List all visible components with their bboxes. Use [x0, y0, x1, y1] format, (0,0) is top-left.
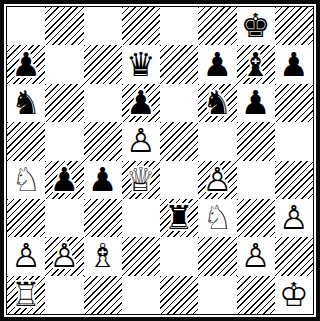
square-d6[interactable]: ♟♟ — [122, 84, 160, 122]
square-e7[interactable] — [160, 45, 198, 83]
square-d4[interactable]: ♛♕ — [122, 161, 160, 199]
black-king[interactable]: ♚ — [241, 9, 271, 42]
square-b4[interactable]: ♟♟ — [45, 161, 83, 199]
square-e6[interactable] — [160, 84, 198, 122]
chess-diagram-page: ♚♚♟♟♛♛♟♟♝♝♟♟♞♞♟♟♞♞♟♟♟♙♞♘♟♟♟♟♛♕♟♙♜♜♞♘♟♙♟♙… — [0, 0, 320, 321]
square-g5[interactable] — [237, 122, 275, 160]
square-h3[interactable]: ♟♙ — [275, 199, 313, 237]
square-a4[interactable]: ♞♘ — [7, 161, 45, 199]
piece-halo: ♜ — [164, 201, 194, 234]
white-king[interactable]: ♔ — [279, 278, 309, 311]
square-c3[interactable] — [84, 199, 122, 237]
black-knight[interactable]: ♞ — [203, 86, 233, 119]
piece-halo: ♞ — [203, 201, 233, 234]
white-pawn[interactable]: ♙ — [279, 201, 309, 234]
square-d3[interactable] — [122, 199, 160, 237]
piece-halo: ♟ — [50, 239, 80, 272]
square-f4[interactable]: ♟♙ — [198, 161, 236, 199]
piece-halo: ♟ — [241, 239, 271, 272]
square-g1[interactable] — [237, 276, 275, 314]
square-f6[interactable]: ♞♞ — [198, 84, 236, 122]
piece-halo: ♟ — [279, 47, 309, 80]
black-pawn[interactable]: ♟ — [11, 47, 41, 80]
square-b6[interactable] — [45, 84, 83, 122]
black-rook[interactable]: ♜ — [164, 201, 194, 234]
square-d7[interactable]: ♛♛ — [122, 45, 160, 83]
square-f3[interactable]: ♞♘ — [198, 199, 236, 237]
square-b1[interactable] — [45, 276, 83, 314]
black-queen[interactable]: ♛ — [126, 47, 156, 80]
square-a3[interactable] — [7, 199, 45, 237]
piece-halo: ♟ — [126, 124, 156, 157]
square-h6[interactable] — [275, 84, 313, 122]
white-knight[interactable]: ♘ — [203, 201, 233, 234]
square-g4[interactable] — [237, 161, 275, 199]
square-a6[interactable]: ♞♞ — [7, 84, 45, 122]
black-pawn[interactable]: ♟ — [88, 163, 118, 196]
square-d2[interactable] — [122, 237, 160, 275]
square-h1[interactable]: ♚♔ — [275, 276, 313, 314]
black-pawn[interactable]: ♟ — [50, 163, 80, 196]
square-e1[interactable] — [160, 276, 198, 314]
piece-halo: ♟ — [50, 163, 80, 196]
piece-halo: ♚ — [279, 278, 309, 311]
square-h7[interactable]: ♟♟ — [275, 45, 313, 83]
square-e8[interactable] — [160, 7, 198, 45]
square-c8[interactable] — [84, 7, 122, 45]
piece-halo: ♛ — [126, 163, 156, 196]
white-pawn[interactable]: ♙ — [203, 163, 233, 196]
black-pawn[interactable]: ♟ — [241, 86, 271, 119]
square-d5[interactable]: ♟♙ — [122, 122, 160, 160]
black-pawn[interactable]: ♟ — [203, 47, 233, 80]
white-pawn[interactable]: ♙ — [241, 239, 271, 272]
piece-halo: ♟ — [279, 201, 309, 234]
square-c7[interactable] — [84, 45, 122, 83]
square-g7[interactable]: ♝♝ — [237, 45, 275, 83]
square-b3[interactable] — [45, 199, 83, 237]
square-a2[interactable]: ♟♙ — [7, 237, 45, 275]
square-c4[interactable]: ♟♟ — [84, 161, 122, 199]
square-f5[interactable] — [198, 122, 236, 160]
square-e2[interactable] — [160, 237, 198, 275]
black-knight[interactable]: ♞ — [11, 86, 41, 119]
piece-halo: ♜ — [11, 278, 41, 311]
piece-halo: ♟ — [203, 163, 233, 196]
white-rook[interactable]: ♖ — [11, 278, 41, 311]
white-pawn[interactable]: ♙ — [50, 239, 80, 272]
square-h8[interactable] — [275, 7, 313, 45]
piece-halo: ♟ — [126, 86, 156, 119]
piece-halo: ♛ — [126, 47, 156, 80]
square-f1[interactable] — [198, 276, 236, 314]
square-f2[interactable] — [198, 237, 236, 275]
piece-halo: ♞ — [203, 86, 233, 119]
square-a1[interactable]: ♜♖ — [7, 276, 45, 314]
square-c5[interactable] — [84, 122, 122, 160]
black-pawn[interactable]: ♟ — [279, 47, 309, 80]
square-c2[interactable]: ♝♗ — [84, 237, 122, 275]
square-g6[interactable]: ♟♟ — [237, 84, 275, 122]
piece-halo: ♞ — [11, 86, 41, 119]
square-f7[interactable]: ♟♟ — [198, 45, 236, 83]
piece-halo: ♟ — [203, 47, 233, 80]
square-e3[interactable]: ♜♜ — [160, 199, 198, 237]
piece-halo: ♟ — [11, 239, 41, 272]
square-a8[interactable] — [7, 7, 45, 45]
square-c6[interactable] — [84, 84, 122, 122]
square-b7[interactable] — [45, 45, 83, 83]
square-h4[interactable] — [275, 161, 313, 199]
square-f8[interactable] — [198, 7, 236, 45]
piece-halo: ♟ — [241, 86, 271, 119]
black-pawn[interactable]: ♟ — [126, 86, 156, 119]
square-d8[interactable] — [122, 7, 160, 45]
square-c1[interactable] — [84, 276, 122, 314]
piece-halo: ♚ — [241, 9, 271, 42]
white-knight[interactable]: ♘ — [11, 163, 41, 196]
white-pawn[interactable]: ♙ — [126, 124, 156, 157]
piece-halo: ♞ — [11, 163, 41, 196]
board-inner-frame: ♚♚♟♟♛♛♟♟♝♝♟♟♞♞♟♟♞♞♟♟♟♙♞♘♟♟♟♟♛♕♟♙♜♜♞♘♟♙♟♙… — [6, 6, 314, 315]
square-b8[interactable] — [45, 7, 83, 45]
square-a7[interactable]: ♟♟ — [7, 45, 45, 83]
black-bishop[interactable]: ♝ — [241, 47, 271, 80]
square-g8[interactable]: ♚♚ — [237, 7, 275, 45]
white-queen[interactable]: ♕ — [126, 163, 156, 196]
square-g3[interactable] — [237, 199, 275, 237]
board-frame: ♚♚♟♟♛♛♟♟♝♝♟♟♞♞♟♟♞♞♟♟♟♙♞♘♟♟♟♟♛♕♟♙♜♜♞♘♟♙♟♙… — [0, 0, 320, 321]
piece-halo: ♟ — [88, 163, 118, 196]
chessboard: ♚♚♟♟♛♛♟♟♝♝♟♟♞♞♟♟♞♞♟♟♟♙♞♘♟♟♟♟♛♕♟♙♜♜♞♘♟♙♟♙… — [7, 7, 313, 314]
square-g2[interactable]: ♟♙ — [237, 237, 275, 275]
square-b2[interactable]: ♟♙ — [45, 237, 83, 275]
square-d1[interactable] — [122, 276, 160, 314]
square-h2[interactable] — [275, 237, 313, 275]
white-bishop[interactable]: ♗ — [88, 239, 118, 272]
square-e5[interactable] — [160, 122, 198, 160]
piece-halo: ♟ — [11, 47, 41, 80]
square-h5[interactable] — [275, 122, 313, 160]
piece-halo: ♝ — [241, 47, 271, 80]
piece-halo: ♝ — [88, 239, 118, 272]
white-pawn[interactable]: ♙ — [11, 239, 41, 272]
square-b5[interactable] — [45, 122, 83, 160]
square-e4[interactable] — [160, 161, 198, 199]
square-a5[interactable] — [7, 122, 45, 160]
